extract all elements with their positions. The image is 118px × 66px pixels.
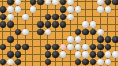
board-intersection[interactable] [14, 58, 22, 66]
white-stone [60, 44, 67, 51]
board-intersection[interactable] [37, 58, 45, 66]
black-stone [97, 44, 104, 51]
board-intersection[interactable] [52, 28, 60, 36]
board-intersection[interactable] [112, 21, 118, 29]
black-stone [37, 29, 44, 36]
board-intersection[interactable] [22, 43, 30, 51]
board-intersection[interactable] [59, 13, 67, 21]
board-intersection[interactable] [59, 51, 67, 59]
board-intersection[interactable] [22, 13, 30, 21]
board-intersection[interactable] [74, 36, 82, 44]
black-stone [97, 36, 104, 43]
board-intersection[interactable] [29, 51, 37, 59]
board-intersection[interactable] [37, 36, 45, 44]
board-intersection[interactable] [82, 6, 90, 14]
white-stone [82, 44, 89, 51]
black-stone [105, 0, 112, 5]
board-intersection[interactable] [82, 58, 90, 66]
board-intersection[interactable] [97, 58, 105, 66]
black-stone [0, 21, 6, 28]
white-stone [75, 6, 82, 13]
board-intersection[interactable] [14, 6, 22, 14]
black-stone [90, 44, 97, 51]
white-stone [67, 14, 74, 21]
board-intersection[interactable] [7, 58, 15, 66]
black-stone [0, 14, 6, 21]
black-stone [112, 0, 118, 5]
board-intersection[interactable] [52, 6, 60, 14]
black-stone [112, 36, 118, 43]
black-stone [52, 21, 59, 28]
board-intersection[interactable] [74, 13, 82, 21]
board-intersection[interactable] [59, 43, 67, 51]
black-stone [0, 44, 6, 51]
white-stone [7, 14, 14, 21]
black-stone [52, 14, 59, 21]
board-intersection[interactable] [22, 51, 30, 59]
black-stone [22, 44, 29, 51]
black-stone [0, 6, 6, 13]
white-stone [45, 0, 52, 5]
board-intersection[interactable] [22, 58, 30, 66]
board-intersection[interactable] [29, 13, 37, 21]
board-intersection[interactable] [7, 6, 15, 14]
black-stone [7, 36, 14, 43]
black-stone [60, 14, 67, 21]
white-stone [67, 6, 74, 13]
board-intersection[interactable] [29, 43, 37, 51]
board-intersection[interactable] [104, 21, 112, 29]
board-intersection[interactable] [104, 43, 112, 51]
board-intersection[interactable] [67, 58, 75, 66]
board-intersection[interactable] [112, 13, 118, 21]
board-intersection[interactable] [89, 21, 97, 29]
board-intersection[interactable] [97, 13, 105, 21]
board-intersection[interactable] [52, 58, 60, 66]
board-intersection[interactable] [59, 58, 67, 66]
board-intersection[interactable] [29, 28, 37, 36]
board-intersection[interactable] [104, 58, 112, 66]
white-stone [105, 6, 112, 13]
board-intersection[interactable] [44, 43, 52, 51]
board-intersection[interactable] [0, 58, 7, 66]
board-intersection[interactable] [104, 6, 112, 14]
board-intersection[interactable] [14, 36, 22, 44]
white-stone [97, 0, 104, 5]
white-stone [7, 6, 14, 13]
board-intersection[interactable] [67, 36, 75, 44]
board-intersection[interactable] [22, 21, 30, 29]
black-stone [37, 0, 44, 5]
board-intersection[interactable] [112, 6, 118, 14]
board-intersection[interactable] [29, 21, 37, 29]
white-stone [22, 29, 29, 36]
board-intersection[interactable] [37, 51, 45, 59]
board-intersection[interactable] [7, 51, 15, 59]
board-intersection[interactable] [112, 36, 118, 44]
white-stone [112, 51, 118, 58]
board-intersection[interactable] [74, 21, 82, 29]
board-intersection[interactable] [0, 21, 7, 29]
black-stone [7, 0, 14, 5]
board-intersection[interactable] [0, 6, 7, 14]
board-intersection[interactable] [67, 21, 75, 29]
board-intersection[interactable] [74, 43, 82, 51]
white-stone [15, 0, 22, 5]
white-stone [60, 51, 67, 58]
white-stone [97, 29, 104, 36]
board-intersection[interactable] [74, 58, 82, 66]
board-intersection[interactable] [104, 13, 112, 21]
board-intersection[interactable] [89, 51, 97, 59]
black-stone [52, 51, 59, 58]
black-stone [45, 14, 52, 21]
white-stone [97, 59, 104, 66]
white-stone [105, 59, 112, 66]
board-intersection[interactable] [89, 36, 97, 44]
black-stone [45, 21, 52, 28]
board-intersection[interactable] [67, 6, 75, 14]
white-stone [30, 6, 37, 13]
board-intersection[interactable] [52, 43, 60, 51]
board-intersection[interactable] [82, 43, 90, 51]
white-stone [45, 29, 52, 36]
board-intersection[interactable] [44, 58, 52, 66]
white-stone [75, 36, 82, 43]
black-stone [82, 29, 89, 36]
black-stone [75, 29, 82, 36]
board-intersection[interactable] [89, 28, 97, 36]
black-stone [60, 6, 67, 13]
board-intersection[interactable] [14, 13, 22, 21]
board-intersection[interactable] [97, 43, 105, 51]
black-stone [7, 21, 14, 28]
board-intersection[interactable] [59, 28, 67, 36]
board-intersection[interactable] [82, 28, 90, 36]
white-stone [67, 0, 74, 5]
white-stone [97, 6, 104, 13]
board-intersection[interactable] [59, 6, 67, 14]
board-intersection[interactable] [29, 36, 37, 44]
board-intersection[interactable] [44, 36, 52, 44]
black-stone [90, 29, 97, 36]
board-intersection[interactable] [7, 36, 15, 44]
board-intersection[interactable] [104, 51, 112, 59]
board-intersection[interactable] [7, 43, 15, 51]
board-intersection[interactable] [97, 51, 105, 59]
board-intersection[interactable] [44, 6, 52, 14]
board-intersection[interactable] [37, 21, 45, 29]
board-intersection[interactable] [52, 36, 60, 44]
board-intersection[interactable] [7, 21, 15, 29]
board-intersection[interactable] [44, 21, 52, 29]
go-board [0, 0, 118, 66]
board-intersection[interactable] [0, 36, 7, 44]
black-stone [52, 44, 59, 51]
black-stone [97, 51, 104, 58]
board-intersection[interactable] [74, 51, 82, 59]
black-stone [0, 59, 6, 66]
black-stone [15, 44, 22, 51]
black-stone [45, 59, 52, 66]
board-intersection[interactable] [97, 21, 105, 29]
board-intersection[interactable] [0, 13, 7, 21]
go-board-screenshot [0, 0, 118, 66]
board-intersection[interactable] [0, 43, 7, 51]
board-intersection[interactable] [22, 28, 30, 36]
board-intersection[interactable] [74, 28, 82, 36]
black-stone [75, 59, 82, 66]
board-intersection[interactable] [67, 13, 75, 21]
black-stone [45, 44, 52, 51]
board-intersection[interactable] [52, 13, 60, 21]
black-stone [90, 59, 97, 66]
white-stone [7, 59, 14, 66]
white-stone [90, 21, 97, 28]
board-intersection[interactable] [44, 28, 52, 36]
white-stone [82, 51, 89, 58]
board-intersection[interactable] [67, 51, 75, 59]
board-intersection[interactable] [112, 43, 118, 51]
board-intersection[interactable] [7, 28, 15, 36]
board-intersection[interactable] [44, 13, 52, 21]
white-stone [67, 44, 74, 51]
board-intersection[interactable] [59, 21, 67, 29]
board-intersection[interactable] [67, 28, 75, 36]
black-stone [105, 36, 112, 43]
black-stone [37, 21, 44, 28]
board-intersection[interactable] [37, 28, 45, 36]
black-stone [60, 0, 67, 5]
white-stone [105, 51, 112, 58]
white-stone [15, 6, 22, 13]
board-intersection[interactable] [97, 28, 105, 36]
white-stone [82, 21, 89, 28]
white-stone [75, 51, 82, 58]
board-intersection[interactable] [82, 36, 90, 44]
board-intersection[interactable] [37, 6, 45, 14]
board-intersection[interactable] [44, 51, 52, 59]
board-intersection[interactable] [112, 51, 118, 59]
white-stone [52, 0, 59, 5]
board-intersection[interactable] [82, 21, 90, 29]
board-intersection[interactable] [112, 28, 118, 36]
board-intersection[interactable] [74, 6, 82, 14]
board-intersection[interactable] [14, 21, 22, 29]
board-intersection[interactable] [52, 21, 60, 29]
board-intersection[interactable] [97, 6, 105, 14]
board-intersection[interactable] [89, 13, 97, 21]
board-intersection[interactable] [0, 51, 7, 59]
white-stone [67, 36, 74, 43]
board-intersection[interactable] [22, 6, 30, 14]
board-intersection[interactable] [37, 13, 45, 21]
black-stone [15, 29, 22, 36]
board-intersection[interactable] [14, 43, 22, 51]
white-stone [75, 44, 82, 51]
black-stone [105, 44, 112, 51]
board-intersection[interactable] [89, 43, 97, 51]
board-intersection[interactable] [112, 58, 118, 66]
board-intersection[interactable] [89, 58, 97, 66]
black-stone [90, 51, 97, 58]
board-intersection[interactable] [29, 58, 37, 66]
black-stone [45, 51, 52, 58]
board-intersection[interactable] [82, 13, 90, 21]
board-intersection[interactable] [0, 28, 7, 36]
board-intersection[interactable] [14, 28, 22, 36]
black-stone [7, 51, 14, 58]
board-intersection[interactable] [22, 36, 30, 44]
board-intersection[interactable] [104, 28, 112, 36]
board-intersection[interactable] [89, 6, 97, 14]
white-stone [22, 14, 29, 21]
board-intersection[interactable] [7, 13, 15, 21]
board-intersection[interactable] [82, 51, 90, 59]
board-intersection[interactable] [104, 36, 112, 44]
black-stone [15, 59, 22, 66]
black-stone [15, 51, 22, 58]
black-stone [60, 21, 67, 28]
board-intersection[interactable] [37, 43, 45, 51]
black-stone [82, 59, 89, 66]
board-intersection[interactable] [67, 43, 75, 51]
black-stone [30, 0, 37, 5]
board-intersection[interactable] [14, 51, 22, 59]
board-intersection[interactable] [59, 36, 67, 44]
board-intersection[interactable] [29, 6, 37, 14]
board-intersection[interactable] [52, 51, 60, 59]
board-intersection[interactable] [97, 36, 105, 44]
